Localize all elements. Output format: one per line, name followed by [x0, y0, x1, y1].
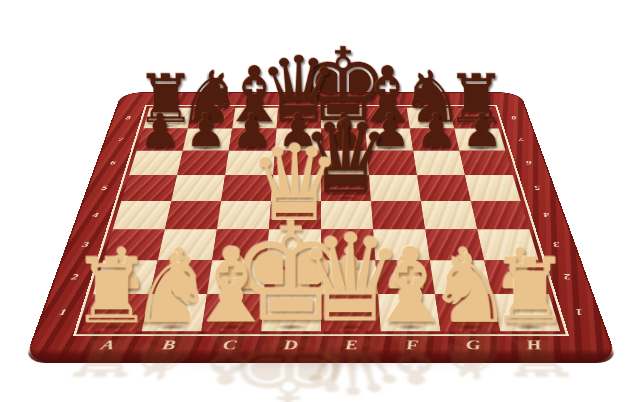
square-a5	[121, 175, 177, 201]
chess-board: ABCDEFGH ABCDEFGH 87654321 87654321 ♜♜♞♞…	[23, 92, 618, 363]
square-a7: ♟♟	[136, 128, 187, 150]
square-g7: ♟♟	[409, 128, 459, 150]
square-h5	[464, 175, 520, 201]
piece-white-q-e1: ♛♛	[321, 294, 381, 331]
white-r-glyph: ♜	[71, 253, 152, 330]
white-b-glyph: ♝	[185, 242, 278, 330]
rank-label: 5	[82, 175, 126, 201]
board-grid: ♜♜♞♞♝♝♛♛♚♚♝♝♞♞♜♜♟♟♟♟♟♟♟♟♟♟♟♟♟♟♟♟♛♛♛♛♟♟♟♟…	[81, 108, 559, 332]
white-r-glyph: ♜	[489, 253, 570, 330]
piece-white-b-c1: ♝♝	[201, 294, 264, 331]
black-p-glyph: ♟	[185, 111, 226, 150]
rank-label: 5	[515, 175, 559, 201]
square-b7: ♟♟	[182, 128, 232, 150]
piece-black-p-b7: ♟♟	[182, 128, 232, 150]
square-h6	[459, 151, 512, 175]
square-h7: ♟♟	[454, 128, 505, 150]
square-a6	[129, 151, 182, 175]
square-h4	[470, 201, 529, 229]
square-h1: ♜♜	[491, 294, 559, 331]
square-b6	[177, 151, 229, 175]
rank-label: 6	[91, 151, 133, 175]
piece-white-r-h1: ♜♜	[491, 294, 559, 331]
black-p-glyph: ♟	[461, 111, 502, 150]
piece-black-p-g7: ♟♟	[409, 128, 459, 150]
piece-white-r-a1: ♜♜	[81, 294, 149, 331]
black-p-glyph: ♟	[415, 111, 456, 150]
square-a4	[112, 201, 171, 229]
square-e1: ♛♛	[321, 294, 381, 331]
piece-black-p-h7: ♟♟	[454, 128, 505, 150]
rank-label: 6	[508, 151, 550, 175]
black-p-glyph: ♟	[139, 111, 180, 150]
chess-set-photo: ABCDEFGH ABCDEFGH 87654321 87654321 ♜♜♞♞…	[0, 0, 641, 402]
square-c1: ♝♝	[201, 294, 264, 331]
square-g6	[413, 151, 465, 175]
square-a1: ♜♜	[81, 294, 149, 331]
square-b5	[171, 175, 225, 201]
rank-label: 4	[72, 201, 118, 229]
piece-black-p-a7: ♟♟	[136, 128, 187, 150]
square-g5	[416, 175, 470, 201]
white-q-glyph: ♛	[296, 227, 405, 330]
